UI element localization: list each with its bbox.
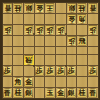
square-7b[interactable]	[24, 14, 34, 24]
square-5g[interactable]: 歩	[45, 66, 55, 76]
square-3c[interactable]	[67, 25, 77, 35]
piece-gote-pawn-1c[interactable]: 歩	[88, 25, 98, 35]
square-2b[interactable]: 角	[77, 14, 87, 24]
hoshi-dot	[33, 65, 35, 67]
piece-gote-pawn-5c[interactable]: 歩	[45, 25, 55, 35]
piece-sente-silver-3i[interactable]: 銀	[67, 88, 77, 98]
piece-sente-lance-9i[interactable]: 香	[3, 88, 13, 98]
piece-kanji: 歩	[89, 26, 96, 33]
square-8c[interactable]	[13, 25, 23, 35]
shogi-board: 香桂銀金王銀桂香金角歩歩歩歩歩歩歩飛飛歩歩歩歩歩歩角金香桂銀玉金銀桂香	[2, 2, 99, 99]
piece-kanji: 銀	[68, 90, 75, 97]
square-8b[interactable]	[13, 14, 23, 24]
piece-kanji: 歩	[4, 68, 11, 75]
piece-kanji: 王	[46, 4, 53, 11]
hoshi-dot	[33, 33, 35, 35]
piece-gote-silver-3a[interactable]: 銀	[67, 3, 77, 13]
square-3g[interactable]: 歩	[67, 66, 77, 76]
piece-kanji: 歩	[89, 68, 96, 75]
piece-kanji: 歩	[4, 26, 11, 33]
square-9e[interactable]	[3, 47, 13, 54]
square-2e[interactable]	[77, 47, 87, 54]
piece-gote-pawn-4c[interactable]: 歩	[56, 25, 66, 35]
square-6b[interactable]	[35, 14, 45, 24]
hoshi-dot	[65, 33, 67, 35]
square-1h[interactable]	[88, 77, 98, 87]
square-6e[interactable]	[35, 47, 45, 54]
square-9g[interactable]: 歩	[3, 66, 13, 76]
square-2d[interactable]: 飛	[77, 36, 87, 46]
piece-gote-lance-1a[interactable]: 香	[88, 3, 98, 13]
square-5b[interactable]	[45, 14, 55, 24]
piece-kanji: 飛	[25, 56, 32, 63]
square-8i[interactable]: 桂	[13, 88, 23, 98]
piece-sente-pawn-4g[interactable]: 歩	[56, 66, 66, 76]
piece-sente-silver-7i[interactable]: 銀	[24, 88, 34, 98]
piece-kanji: 桂	[78, 4, 85, 11]
piece-sente-bishop-8h[interactable]: 角	[13, 77, 23, 87]
square-1b[interactable]	[88, 14, 98, 24]
square-1d[interactable]	[88, 36, 98, 46]
square-4f[interactable]	[56, 55, 66, 65]
piece-kanji: 歩	[25, 26, 32, 33]
square-4d[interactable]	[56, 36, 66, 46]
piece-gote-rook-7f[interactable]: 飛	[24, 55, 34, 65]
square-8h[interactable]: 角	[13, 77, 23, 87]
square-7e[interactable]	[24, 47, 34, 54]
piece-gote-pawn-9c[interactable]: 歩	[3, 25, 13, 35]
square-3a[interactable]: 銀	[67, 3, 77, 13]
square-7h[interactable]: 金	[24, 77, 34, 87]
piece-gote-gold-6a[interactable]: 金	[35, 3, 45, 13]
square-3f[interactable]	[67, 55, 77, 65]
square-3b[interactable]: 金	[67, 14, 77, 24]
shogi-app: 香桂銀金王銀桂香金角歩歩歩歩歩歩歩飛飛歩歩歩歩歩歩角金香桂銀玉金銀桂香	[0, 0, 100, 100]
board-frame: 香桂銀金王銀桂香金角歩歩歩歩歩歩歩飛飛歩歩歩歩歩歩角金香桂銀玉金銀桂香	[0, 0, 100, 100]
square-7d[interactable]	[24, 36, 34, 46]
piece-kanji: 金	[36, 4, 43, 11]
square-4g[interactable]: 歩	[56, 66, 66, 76]
square-9d[interactable]	[3, 36, 13, 46]
piece-sente-knight-8i[interactable]: 桂	[13, 88, 23, 98]
piece-gote-pawn-6c[interactable]: 歩	[35, 25, 45, 35]
piece-kanji: 香	[89, 4, 96, 11]
piece-kanji: 桂	[14, 4, 21, 11]
piece-kanji: 桂	[14, 90, 21, 97]
square-4h[interactable]	[56, 77, 66, 87]
piece-gote-lance-9a[interactable]: 香	[3, 3, 13, 13]
square-8e[interactable]	[13, 47, 23, 54]
piece-gote-king-5a[interactable]: 王	[45, 3, 55, 13]
square-1i[interactable]: 香	[88, 88, 98, 98]
square-2c[interactable]	[77, 25, 87, 35]
piece-kanji: 銀	[25, 4, 32, 11]
hoshi-dot	[65, 65, 67, 67]
square-6h[interactable]	[35, 77, 45, 87]
square-4b[interactable]	[56, 14, 66, 24]
piece-gote-knight-2a[interactable]: 桂	[77, 3, 87, 13]
piece-kanji: 角	[14, 79, 21, 86]
piece-kanji: 歩	[46, 68, 53, 75]
square-1a[interactable]: 香	[88, 3, 98, 13]
square-4e[interactable]	[56, 47, 66, 54]
square-7g[interactable]	[24, 66, 34, 76]
piece-sente-rook-2d[interactable]: 飛	[77, 36, 87, 46]
square-7a[interactable]: 銀	[24, 3, 34, 13]
square-8d[interactable]	[13, 36, 23, 46]
square-3h[interactable]	[67, 77, 77, 87]
square-8a[interactable]: 桂	[13, 3, 23, 13]
square-5c[interactable]: 歩	[45, 25, 55, 35]
square-3d[interactable]: 歩	[67, 36, 77, 46]
piece-kanji: 銀	[25, 90, 32, 97]
piece-gote-knight-8a[interactable]: 桂	[13, 3, 23, 13]
square-2i[interactable]: 桂	[77, 88, 87, 98]
square-5h[interactable]	[45, 77, 55, 87]
square-2f[interactable]	[77, 55, 87, 65]
piece-sente-pawn-9g[interactable]: 歩	[3, 66, 13, 76]
square-7i[interactable]: 銀	[24, 88, 34, 98]
piece-sente-knight-2i[interactable]: 桂	[77, 88, 87, 98]
piece-kanji: 香	[4, 90, 11, 97]
piece-kanji: 金	[25, 79, 32, 86]
square-3e[interactable]	[67, 47, 77, 54]
piece-gote-silver-7a[interactable]: 銀	[24, 3, 34, 13]
square-5d[interactable]	[45, 36, 55, 46]
piece-kanji: 歩	[57, 68, 64, 75]
piece-sente-pawn-1g[interactable]: 歩	[88, 66, 98, 76]
square-5f[interactable]	[45, 55, 55, 65]
piece-kanji: 銀	[68, 4, 75, 11]
piece-kanji: 角	[78, 15, 85, 22]
square-5e[interactable]	[45, 47, 55, 54]
piece-sente-pawn-5g[interactable]: 歩	[45, 66, 55, 76]
piece-kanji: 飛	[78, 38, 85, 45]
piece-sente-gold-7h[interactable]: 金	[24, 77, 34, 87]
piece-kanji: 香	[89, 90, 96, 97]
square-9b[interactable]	[3, 14, 13, 24]
square-4c[interactable]: 歩	[56, 25, 66, 35]
square-1g[interactable]: 歩	[88, 66, 98, 76]
piece-kanji: 歩	[57, 26, 64, 33]
square-6a[interactable]: 金	[35, 3, 45, 13]
square-9i[interactable]: 香	[3, 88, 13, 98]
square-6i[interactable]	[35, 88, 45, 98]
piece-kanji: 歩	[36, 26, 43, 33]
square-6c[interactable]: 歩	[35, 25, 45, 35]
piece-gote-bishop-2b[interactable]: 角	[77, 14, 87, 24]
square-9a[interactable]: 香	[3, 3, 13, 13]
square-1c[interactable]: 歩	[88, 25, 98, 35]
piece-sente-pawn-3g[interactable]: 歩	[67, 66, 77, 76]
piece-kanji: 玉	[46, 90, 53, 97]
square-5a[interactable]: 王	[45, 3, 55, 13]
square-2g[interactable]	[77, 66, 87, 76]
square-9c[interactable]: 歩	[3, 25, 13, 35]
piece-kanji: 歩	[36, 68, 43, 75]
square-3i[interactable]: 銀	[67, 88, 77, 98]
square-8f[interactable]	[13, 55, 23, 65]
square-1e[interactable]	[88, 47, 98, 54]
piece-gote-pawn-3d[interactable]: 歩	[67, 36, 77, 46]
square-7f[interactable]: 飛	[24, 55, 34, 65]
piece-sente-lance-1i[interactable]: 香	[88, 88, 98, 98]
piece-kanji: 歩	[68, 68, 75, 75]
piece-kanji: 金	[68, 15, 75, 22]
square-6d[interactable]	[35, 36, 45, 46]
square-8g[interactable]	[13, 66, 23, 76]
piece-kanji: 金	[57, 90, 64, 97]
piece-kanji: 香	[4, 4, 11, 11]
square-4i[interactable]: 金	[56, 88, 66, 98]
piece-kanji: 歩	[68, 37, 75, 44]
piece-sente-king-5i[interactable]: 玉	[45, 88, 55, 98]
square-1f[interactable]	[88, 55, 98, 65]
square-2a[interactable]: 桂	[77, 3, 87, 13]
piece-kanji: 桂	[78, 90, 85, 97]
square-6f[interactable]	[35, 55, 45, 65]
piece-gote-gold-3b[interactable]: 金	[67, 14, 77, 24]
square-4a[interactable]	[56, 3, 66, 13]
square-2h[interactable]	[77, 77, 87, 87]
piece-sente-pawn-6g[interactable]: 歩	[35, 66, 45, 76]
square-6g[interactable]: 歩	[35, 66, 45, 76]
square-9f[interactable]	[3, 55, 13, 65]
square-5i[interactable]: 玉	[45, 88, 55, 98]
piece-kanji: 歩	[46, 26, 53, 33]
square-9h[interactable]	[3, 77, 13, 87]
piece-sente-gold-4i[interactable]: 金	[56, 88, 66, 98]
